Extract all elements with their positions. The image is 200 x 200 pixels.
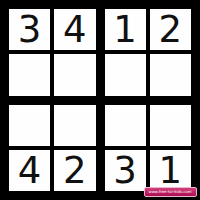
cell-r4c3[interactable]: 3 <box>105 150 146 191</box>
cell-r3c1[interactable] <box>9 105 50 146</box>
cell-r2c4[interactable] <box>150 54 191 95</box>
cell-r4c4[interactable]: 1 <box>150 150 191 191</box>
cell-r1c1[interactable]: 3 <box>9 9 50 50</box>
cell-r2c3[interactable] <box>105 54 146 95</box>
cell-r4c1[interactable]: 4 <box>9 150 50 191</box>
cell-r2c1[interactable] <box>9 54 50 95</box>
cell-r3c3[interactable] <box>105 105 146 146</box>
cell-r1c4[interactable]: 2 <box>150 9 191 50</box>
watermark-text: www.free-for-kids.com <box>149 190 192 194</box>
sudoku-puzzle-image: 34124231 www.free-for-kids.com <box>0 0 200 200</box>
cell-r2c2[interactable] <box>54 54 95 95</box>
cell-r3c2[interactable] <box>54 105 95 146</box>
cell-r1c2[interactable]: 4 <box>54 9 95 50</box>
cell-r1c3[interactable]: 1 <box>105 9 146 50</box>
cell-r4c2[interactable]: 2 <box>54 150 95 191</box>
sudoku-board: 34124231 <box>0 0 200 200</box>
cell-r3c4[interactable] <box>150 105 191 146</box>
watermark-badge: www.free-for-kids.com <box>144 187 197 197</box>
